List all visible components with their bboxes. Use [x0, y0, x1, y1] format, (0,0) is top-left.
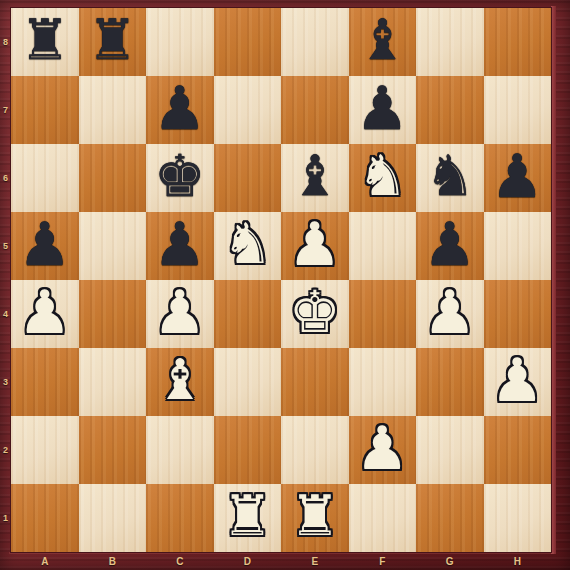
square-a1[interactable] [11, 484, 79, 552]
square-c5[interactable]: ♟ [146, 212, 214, 280]
piece-white-pawn[interactable]: ♟ [153, 282, 207, 342]
square-h3[interactable]: ♟ [484, 348, 552, 416]
piece-white-knight[interactable]: ♞ [222, 216, 272, 272]
piece-black-rook[interactable]: ♜ [87, 12, 137, 68]
square-a7[interactable] [11, 76, 79, 144]
file-label-h: H [484, 552, 552, 570]
rank-label-5: 5 [0, 212, 11, 280]
square-d8[interactable] [214, 8, 282, 76]
square-h7[interactable] [484, 76, 552, 144]
square-c3[interactable]: ♝ [146, 348, 214, 416]
rank-label-6: 6 [0, 144, 11, 212]
piece-black-knight[interactable]: ♞ [425, 148, 475, 204]
square-f5[interactable] [349, 212, 417, 280]
square-g7[interactable] [416, 76, 484, 144]
square-e2[interactable] [281, 416, 349, 484]
square-b6[interactable] [79, 144, 147, 212]
square-c1[interactable] [146, 484, 214, 552]
piece-white-pawn[interactable]: ♟ [288, 214, 342, 274]
square-a5[interactable]: ♟ [11, 212, 79, 280]
square-e5[interactable]: ♟ [281, 212, 349, 280]
square-b3[interactable] [79, 348, 147, 416]
square-g4[interactable]: ♟ [416, 280, 484, 348]
square-b5[interactable] [79, 212, 147, 280]
piece-black-bishop[interactable]: ♝ [357, 12, 407, 68]
square-g1[interactable] [416, 484, 484, 552]
square-d2[interactable] [214, 416, 282, 484]
square-c4[interactable]: ♟ [146, 280, 214, 348]
file-label-f: F [349, 552, 417, 570]
piece-white-rook[interactable]: ♜ [290, 488, 340, 544]
square-b1[interactable] [79, 484, 147, 552]
square-g6[interactable]: ♞ [416, 144, 484, 212]
square-d4[interactable] [214, 280, 282, 348]
square-g5[interactable]: ♟ [416, 212, 484, 280]
file-label-c: C [146, 552, 214, 570]
rank-label-2: 2 [0, 416, 11, 484]
square-f4[interactable] [349, 280, 417, 348]
rank-label-8: 8 [0, 8, 11, 76]
square-g2[interactable] [416, 416, 484, 484]
square-a8[interactable]: ♜ [11, 8, 79, 76]
square-b7[interactable] [79, 76, 147, 144]
square-e1[interactable]: ♜ [281, 484, 349, 552]
chess-board: ♜♜♝♟♟♚♝♞♞♟♟♟♞♟♟♟♟♚♟♝♟♟♜♜ [11, 8, 551, 552]
square-d6[interactable] [214, 144, 282, 212]
square-e6[interactable]: ♝ [281, 144, 349, 212]
square-f2[interactable]: ♟ [349, 416, 417, 484]
rank-label-1: 1 [0, 484, 11, 552]
piece-black-pawn[interactable]: ♟ [18, 214, 72, 274]
square-a6[interactable] [11, 144, 79, 212]
square-g3[interactable] [416, 348, 484, 416]
piece-white-bishop[interactable]: ♝ [155, 352, 205, 408]
square-c8[interactable] [146, 8, 214, 76]
square-c7[interactable]: ♟ [146, 76, 214, 144]
file-label-g: G [416, 552, 484, 570]
file-label-d: D [214, 552, 282, 570]
square-e3[interactable] [281, 348, 349, 416]
piece-white-rook[interactable]: ♜ [222, 488, 272, 544]
rank-label-3: 3 [0, 348, 11, 416]
square-a4[interactable]: ♟ [11, 280, 79, 348]
square-a3[interactable] [11, 348, 79, 416]
square-h2[interactable] [484, 416, 552, 484]
square-f3[interactable] [349, 348, 417, 416]
square-a2[interactable] [11, 416, 79, 484]
piece-black-pawn[interactable]: ♟ [153, 214, 207, 274]
chess-board-frame: ♜♜♝♟♟♚♝♞♞♟♟♟♞♟♟♟♟♚♟♝♟♟♜♜ 87654321ABCDEFG… [0, 0, 570, 570]
square-e4[interactable]: ♚ [281, 280, 349, 348]
square-h5[interactable] [484, 212, 552, 280]
frame-bevel-right [551, 6, 556, 554]
square-e7[interactable] [281, 76, 349, 144]
square-d1[interactable]: ♜ [214, 484, 282, 552]
piece-black-rook[interactable]: ♜ [20, 12, 70, 68]
piece-white-knight[interactable]: ♞ [357, 148, 407, 204]
square-f8[interactable]: ♝ [349, 8, 417, 76]
file-label-e: E [281, 552, 349, 570]
piece-black-pawn[interactable]: ♟ [153, 78, 207, 138]
square-h6[interactable]: ♟ [484, 144, 552, 212]
square-g8[interactable] [416, 8, 484, 76]
square-b8[interactable]: ♜ [79, 8, 147, 76]
file-label-a: A [11, 552, 79, 570]
piece-white-king[interactable]: ♚ [289, 283, 341, 341]
piece-white-pawn[interactable]: ♟ [18, 282, 72, 342]
piece-black-pawn[interactable]: ♟ [355, 78, 409, 138]
piece-white-pawn[interactable]: ♟ [355, 418, 409, 478]
square-h4[interactable] [484, 280, 552, 348]
piece-black-bishop[interactable]: ♝ [290, 148, 340, 204]
piece-white-pawn[interactable]: ♟ [490, 350, 544, 410]
piece-black-king[interactable]: ♚ [154, 147, 206, 205]
rank-label-7: 7 [0, 76, 11, 144]
square-b2[interactable] [79, 416, 147, 484]
piece-black-pawn[interactable]: ♟ [423, 214, 477, 274]
square-d7[interactable] [214, 76, 282, 144]
square-f6[interactable]: ♞ [349, 144, 417, 212]
square-e8[interactable] [281, 8, 349, 76]
square-f1[interactable] [349, 484, 417, 552]
square-d5[interactable]: ♞ [214, 212, 282, 280]
piece-black-pawn[interactable]: ♟ [490, 146, 544, 206]
file-label-b: B [79, 552, 147, 570]
square-h8[interactable] [484, 8, 552, 76]
square-c2[interactable] [146, 416, 214, 484]
piece-white-pawn[interactable]: ♟ [423, 282, 477, 342]
square-h1[interactable] [484, 484, 552, 552]
square-c6[interactable]: ♚ [146, 144, 214, 212]
square-d3[interactable] [214, 348, 282, 416]
square-f7[interactable]: ♟ [349, 76, 417, 144]
rank-label-4: 4 [0, 280, 11, 348]
square-b4[interactable] [79, 280, 147, 348]
